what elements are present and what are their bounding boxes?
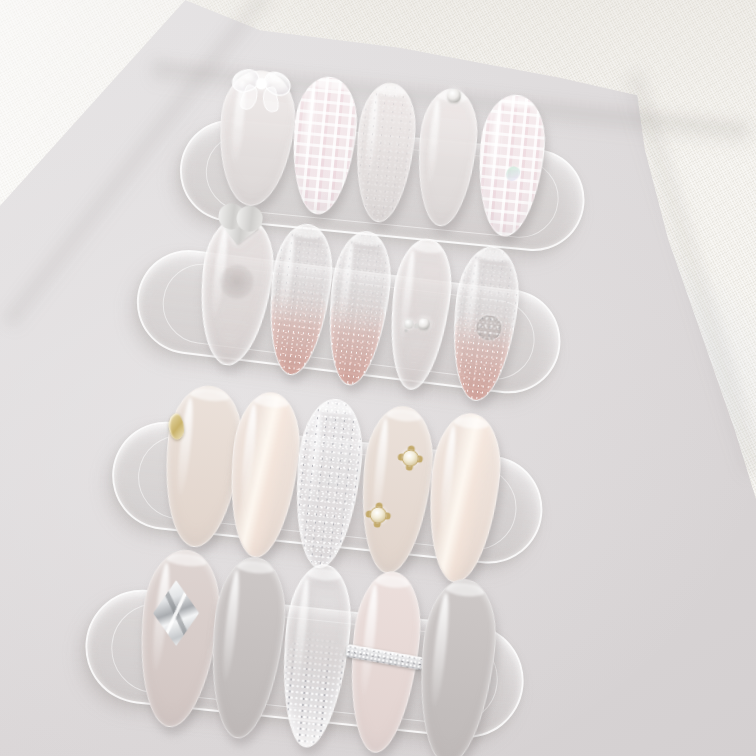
- photo-scene: [0, 0, 756, 756]
- goldgem-decoration: [401, 449, 420, 468]
- nail-set-4: [150, 546, 151, 547]
- nail-body: [286, 74, 361, 217]
- gem-decoration: [447, 89, 461, 103]
- nail-body: [472, 92, 549, 239]
- nail-1-1: [213, 67, 300, 209]
- nail-set-3: [174, 382, 175, 383]
- cluster-decoration: [403, 319, 413, 329]
- nail-1-2: [286, 74, 361, 217]
- goldgem-decoration: [369, 505, 388, 524]
- nail-set-2: [210, 212, 211, 213]
- bow-decoration: [229, 63, 293, 113]
- flake-decoration: [504, 165, 522, 184]
- hole-decoration: [218, 263, 256, 301]
- nail-1-5: [472, 92, 549, 239]
- shimmer-decoration: [351, 81, 419, 224]
- nail-set-1: [196, 64, 197, 65]
- silvertip-decoration: [274, 627, 350, 751]
